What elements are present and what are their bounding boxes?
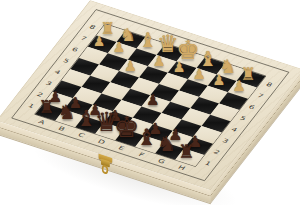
piece-light-pawn-f7[interactable]: ♟ (193, 67, 206, 81)
chess-set-photo: ABCDEFGH1234567812345678 ♜♞♝♛♚♝♞♜♟♟♟♟♟♟♟… (0, 0, 300, 205)
piece-light-pawn-c6[interactable]: ♟ (124, 59, 137, 73)
piece-dark-rook-h1[interactable]: ♜ (178, 143, 195, 162)
piece-light-pawn-b7[interactable]: ♟ (113, 41, 125, 55)
piece-dark-bishop-f1[interactable]: ♝ (136, 126, 156, 149)
piece-light-pawn-e7[interactable]: ♟ (173, 60, 186, 74)
piece-light-pawn-h7[interactable]: ♟ (233, 79, 246, 94)
piece-dark-bishop-c1[interactable]: ♝ (77, 107, 97, 129)
piece-dark-knight-b1[interactable]: ♞ (58, 102, 76, 122)
piece-dark-knight-g1[interactable]: ♞ (157, 134, 176, 155)
piece-light-pawn-a7[interactable]: ♟ (93, 35, 105, 49)
piece-dark-rook-a1[interactable]: ♜ (39, 98, 55, 116)
piece-light-pawn-g7[interactable]: ♟ (213, 73, 226, 87)
piece-light-bishop-c8[interactable]: ♝ (139, 30, 157, 50)
piece-dark-pawn-e4[interactable]: ♟ (146, 93, 159, 108)
piece-light-pawn-d7[interactable]: ♟ (153, 54, 166, 68)
